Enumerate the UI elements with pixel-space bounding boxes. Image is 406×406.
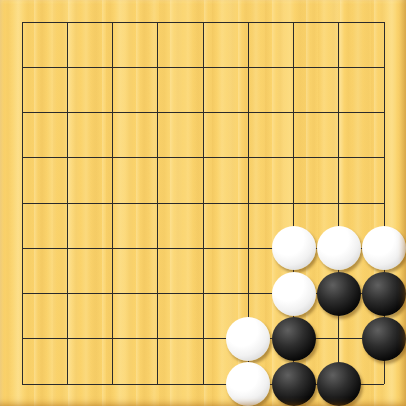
intersection-A5[interactable] (0, 180, 45, 225)
black-stone-G1 (272, 362, 316, 406)
intersection-E4[interactable] (180, 226, 225, 271)
intersection-F9[interactable] (226, 0, 271, 45)
black-stone-J3 (362, 272, 406, 316)
intersection-A8[interactable] (0, 45, 45, 90)
intersection-A2[interactable] (0, 316, 45, 361)
intersection-C2[interactable] (90, 316, 135, 361)
intersection-J3[interactable] (361, 271, 406, 316)
intersection-E6[interactable] (180, 135, 225, 180)
intersection-A4[interactable] (0, 226, 45, 271)
intersection-E2[interactable] (180, 316, 225, 361)
intersection-C7[interactable] (90, 90, 135, 135)
intersection-F8[interactable] (226, 45, 271, 90)
intersection-D6[interactable] (135, 135, 180, 180)
intersection-C6[interactable] (90, 135, 135, 180)
intersection-C3[interactable] (90, 271, 135, 316)
intersection-B4[interactable] (45, 226, 90, 271)
intersection-D2[interactable] (135, 316, 180, 361)
intersection-H8[interactable] (316, 45, 361, 90)
intersection-G1[interactable] (271, 361, 316, 406)
intersection-F7[interactable] (226, 90, 271, 135)
intersection-A6[interactable] (0, 135, 45, 180)
intersection-J6[interactable] (361, 135, 406, 180)
intersection-F2[interactable] (226, 316, 271, 361)
intersection-H5[interactable] (316, 180, 361, 225)
white-stone-H4 (317, 226, 361, 270)
intersection-B7[interactable] (45, 90, 90, 135)
intersection-H4[interactable] (316, 226, 361, 271)
intersection-E1[interactable] (180, 361, 225, 406)
intersection-D1[interactable] (135, 361, 180, 406)
intersection-G2[interactable] (271, 316, 316, 361)
intersection-F4[interactable] (226, 226, 271, 271)
intersection-F6[interactable] (226, 135, 271, 180)
intersection-A9[interactable] (0, 0, 45, 45)
white-stone-G3 (272, 272, 316, 316)
intersection-J4[interactable] (361, 226, 406, 271)
intersection-C9[interactable] (90, 0, 135, 45)
intersection-G5[interactable] (271, 180, 316, 225)
black-stone-G2 (272, 317, 316, 361)
intersection-E8[interactable] (180, 45, 225, 90)
intersection-D5[interactable] (135, 180, 180, 225)
intersection-H2[interactable] (316, 316, 361, 361)
intersection-J1[interactable] (361, 361, 406, 406)
intersection-A3[interactable] (0, 271, 45, 316)
intersection-B2[interactable] (45, 316, 90, 361)
black-stone-H3 (317, 272, 361, 316)
intersection-D9[interactable] (135, 0, 180, 45)
intersection-C8[interactable] (90, 45, 135, 90)
intersection-F5[interactable] (226, 180, 271, 225)
intersection-A1[interactable] (0, 361, 45, 406)
intersection-B1[interactable] (45, 361, 90, 406)
intersection-A7[interactable] (0, 90, 45, 135)
intersection-H1[interactable] (316, 361, 361, 406)
intersection-E5[interactable] (180, 180, 225, 225)
white-stone-J4 (362, 226, 406, 270)
intersection-B3[interactable] (45, 271, 90, 316)
intersection-J5[interactable] (361, 180, 406, 225)
intersection-G8[interactable] (271, 45, 316, 90)
go-board (0, 0, 406, 406)
white-stone-F2 (226, 317, 270, 361)
intersection-B6[interactable] (45, 135, 90, 180)
intersection-J2[interactable] (361, 316, 406, 361)
intersection-C4[interactable] (90, 226, 135, 271)
intersection-D8[interactable] (135, 45, 180, 90)
board-grid (0, 0, 406, 406)
intersection-H9[interactable] (316, 0, 361, 45)
intersection-B5[interactable] (45, 180, 90, 225)
white-stone-F1 (226, 362, 270, 406)
intersection-J9[interactable] (361, 0, 406, 45)
black-stone-H1 (317, 362, 361, 406)
intersection-C1[interactable] (90, 361, 135, 406)
intersection-F1[interactable] (226, 361, 271, 406)
intersection-B8[interactable] (45, 45, 90, 90)
intersection-H3[interactable] (316, 271, 361, 316)
intersection-G9[interactable] (271, 0, 316, 45)
intersection-D4[interactable] (135, 226, 180, 271)
intersection-G3[interactable] (271, 271, 316, 316)
intersection-F3[interactable] (226, 271, 271, 316)
intersection-J8[interactable] (361, 45, 406, 90)
intersection-J7[interactable] (361, 90, 406, 135)
black-stone-J2 (362, 317, 406, 361)
intersection-E3[interactable] (180, 271, 225, 316)
intersection-G7[interactable] (271, 90, 316, 135)
intersection-G4[interactable] (271, 226, 316, 271)
intersection-E9[interactable] (180, 0, 225, 45)
intersection-E7[interactable] (180, 90, 225, 135)
intersection-C5[interactable] (90, 180, 135, 225)
intersection-H6[interactable] (316, 135, 361, 180)
white-stone-G4 (272, 226, 316, 270)
intersection-B9[interactable] (45, 0, 90, 45)
intersection-D7[interactable] (135, 90, 180, 135)
intersection-H7[interactable] (316, 90, 361, 135)
intersection-G6[interactable] (271, 135, 316, 180)
intersection-D3[interactable] (135, 271, 180, 316)
